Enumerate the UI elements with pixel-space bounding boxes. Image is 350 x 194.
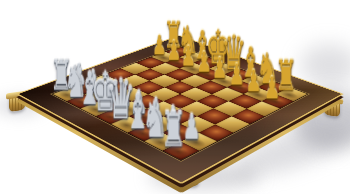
chess-set-photo: ♜♞♝♚♛♝♞♜♟♟♟♟♟♟♟♟♟♟♟♟♟♟♟♟♜♞♝♚♛♝♞♜: [0, 0, 350, 194]
piece-white-rook-a1[interactable]: ♜: [148, 106, 199, 155]
chess-board: ♜♞♝♚♛♝♞♜♟♟♟♟♟♟♟♟♟♟♟♟♟♟♟♟♜♞♝♚♛♝♞♜: [16, 35, 344, 184]
board-perspective-stage: ♜♞♝♚♛♝♞♜♟♟♟♟♟♟♟♟♟♟♟♟♟♟♟♟♜♞♝♚♛♝♞♜: [0, 0, 350, 194]
square-a1[interactable]: ♜: [162, 141, 199, 160]
piece-black-pawn-a7[interactable]: ♟: [250, 73, 294, 104]
board-squares-grid: ♜♞♝♚♛♝♞♜♟♟♟♟♟♟♟♟♟♟♟♟♟♟♟♟♜♞♝♚♛♝♞♜: [51, 46, 308, 161]
